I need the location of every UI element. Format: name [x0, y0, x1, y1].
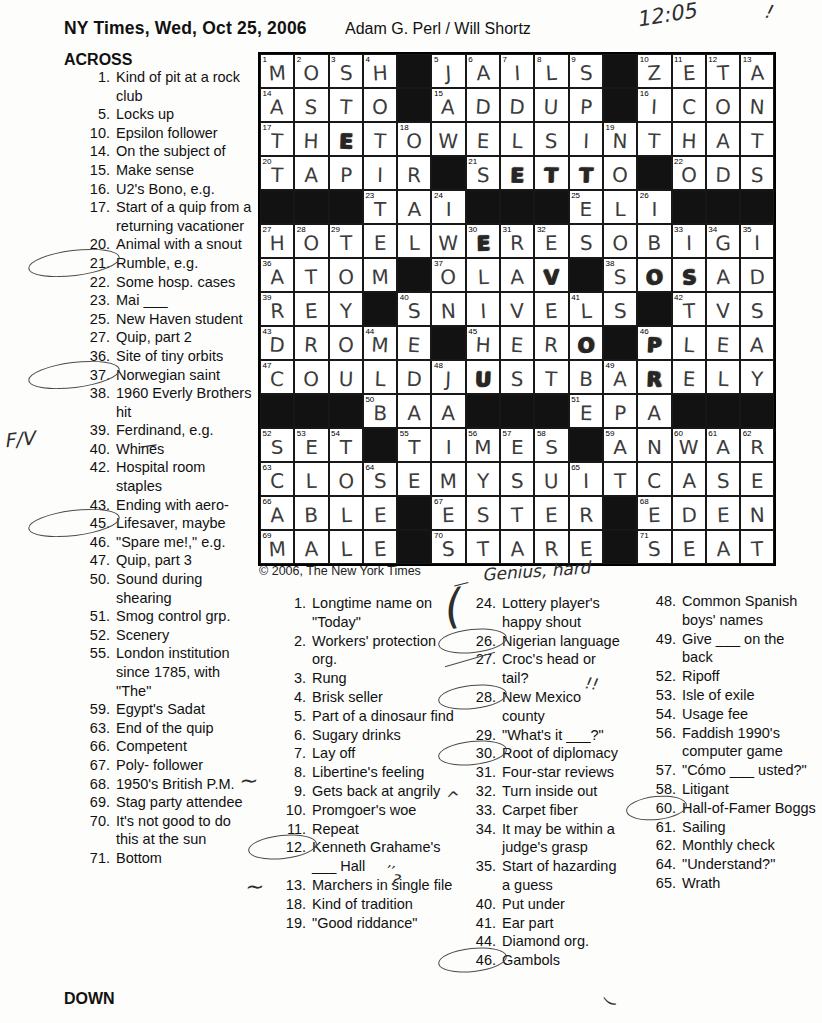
clue-number: 45. [62, 514, 116, 533]
grid-cell-r1c6[interactable]: 5J [431, 54, 465, 88]
handwritten-letter: H [466, 326, 500, 360]
grid-cell-r1c10[interactable]: 9S [569, 54, 603, 88]
clue-text: Locks up [116, 105, 254, 124]
grid-cell-r1c7[interactable]: 6A [466, 54, 500, 88]
clue-number: 70. [62, 812, 116, 831]
grid-cell-r11c6[interactable]: A [431, 394, 465, 428]
down-clue-list-1: 1.Longtime name on "Today"2.Workers' pro… [260, 594, 464, 932]
grid-cell-r3c13[interactable]: H [672, 122, 706, 156]
grid-cell-r6c8[interactable]: 31R [500, 224, 534, 258]
black-square-r5c15 [740, 190, 774, 224]
handwritten-letter: S [397, 292, 431, 326]
grid-cell-r7c8[interactable]: A [500, 258, 534, 292]
clue-text: Hall-of-Famer Boggs [682, 799, 818, 818]
handwritten-letter: J [432, 54, 466, 88]
grid-cell-r12c8[interactable]: 57E [500, 428, 534, 462]
grid-cell-r5c6[interactable]: 24I [431, 190, 465, 224]
grid-cell-r14c10[interactable]: R [569, 496, 603, 530]
grid-cell-r14c12[interactable]: 68E [637, 496, 671, 530]
handwritten-letter: R [535, 530, 569, 564]
grid-cell-r13c1[interactable]: 63C [260, 462, 294, 496]
grid-cell-r4c7[interactable]: 21S [466, 156, 500, 190]
grid-cell-r3c1[interactable]: 17T [260, 122, 294, 156]
grid-cell-r2c7[interactable]: D [466, 88, 500, 122]
grid-cell-r7c6[interactable]: 37O [431, 258, 465, 292]
grid-cell-r8c6[interactable]: N [431, 292, 465, 326]
grid-cell-r13c6[interactable]: M [431, 462, 465, 496]
grid-cell-r6c2[interactable]: 28O [294, 224, 328, 258]
grid-cell-r9c5[interactable]: E [397, 326, 431, 360]
grid-cell-r13c7[interactable]: Y [466, 462, 500, 496]
grid-cell-r12c9[interactable]: 58S [534, 428, 568, 462]
grid-cell-r4c3[interactable]: P [329, 156, 363, 190]
handwritten-letter: D [500, 88, 534, 122]
clue-across-70: 70.It's not good to do this at the sun [62, 812, 254, 849]
handwritten-letter: N [432, 292, 466, 326]
clue-number: 62. [638, 836, 682, 855]
clue-down-32: 32.Turn inside out [450, 782, 620, 801]
grid-cell-r14c1[interactable]: 66A [260, 496, 294, 530]
clue-text: Start of hazarding a guess [502, 857, 620, 895]
grid-cell-r10c12[interactable]: R [637, 360, 671, 394]
handwritten-letter: O [329, 463, 362, 496]
handwritten-letter: A [294, 530, 328, 564]
clue-down-62: 62.Monthly check [638, 836, 818, 855]
grid-cell-r10c9[interactable]: T [534, 360, 568, 394]
clue-number: 32. [450, 782, 502, 801]
grid-cell-r7c9[interactable]: V [534, 258, 568, 292]
grid-cell-r15c9[interactable]: R [534, 530, 568, 564]
grid-cell-r11c5[interactable]: A [397, 394, 431, 428]
grid-cell-r12c12[interactable]: N [637, 428, 671, 462]
grid-cell-r2c9[interactable]: U [534, 88, 568, 122]
handwritten-letter: S [501, 463, 534, 496]
grid-cell-r14c7[interactable]: S [466, 496, 500, 530]
grid-cell-r8c13[interactable]: 42T [672, 292, 706, 326]
grid-cell-r1c13[interactable]: 11E [672, 54, 706, 88]
grid-cell-r5c10[interactable]: 25E [569, 190, 603, 224]
grid-cell-r12c6[interactable]: I [431, 428, 465, 462]
clue-down-52: 52.Ripoff [638, 667, 818, 686]
grid-cell-r7c13[interactable]: S [672, 258, 706, 292]
grid-cell-r13c13[interactable]: A [672, 462, 706, 496]
handwritten-letter: A [706, 258, 739, 291]
handwritten-letter: D [260, 326, 294, 360]
grid-cell-r4c11[interactable]: O [603, 156, 637, 190]
grid-cell-r12c11[interactable]: 59A [603, 428, 637, 462]
grid-cell-r7c15[interactable]: D [740, 258, 774, 292]
grid-cell-r12c3[interactable]: 54T [329, 428, 363, 462]
grid-cell-r13c2[interactable]: L [294, 462, 328, 496]
handwritten-letter: L [329, 530, 363, 564]
grid-cell-r12c2[interactable]: 53E [294, 428, 328, 462]
grid-cell-r8c11[interactable]: S [603, 292, 637, 326]
grid-cell-r10c3[interactable]: U [329, 360, 363, 394]
clue-text: Give ___ on the back [682, 630, 818, 668]
grid-cell-r15c10[interactable]: E [569, 530, 603, 564]
grid-cell-r12c15[interactable]: 62R [740, 428, 774, 462]
grid-cell-r15c3[interactable]: L [329, 530, 363, 564]
grid-cell-r2c10[interactable]: P [569, 88, 603, 122]
grid-cell-r9c8[interactable]: E [500, 326, 534, 360]
black-square-r15c11 [603, 530, 637, 564]
grid-cell-r13c12[interactable]: C [637, 462, 671, 496]
handwritten-letter: G [707, 225, 740, 258]
handwritten-letter: U [535, 463, 568, 496]
grid-cell-r8c3[interactable]: Y [329, 292, 363, 326]
clue-text: New Haven student [116, 310, 254, 329]
grid-cell-r8c7[interactable]: I [466, 292, 500, 326]
handwritten-letter: T [535, 360, 568, 393]
grid-cell-r4c8[interactable]: E [500, 156, 534, 190]
handwritten-letter: T [638, 122, 671, 155]
handwritten-letter: E [672, 530, 706, 564]
grid-cell-r6c15[interactable]: 35I [740, 224, 774, 258]
grid-cell-r14c9[interactable]: E [534, 496, 568, 530]
clue-down-24: 24.Lottery player's happy shout [450, 594, 620, 632]
grid-cell-r3c15[interactable]: T [740, 122, 774, 156]
clue-down-40: 40.Put under [450, 895, 620, 914]
grid-cell-r15c13[interactable]: E [672, 530, 706, 564]
grid-cell-r7c3[interactable]: O [329, 258, 363, 292]
grid-cell-r6c3[interactable]: 29T [329, 224, 363, 258]
grid-cell-r3c11[interactable]: 19N [603, 122, 637, 156]
clue-down-65: 65.Wrath [638, 874, 818, 893]
grid-cell-r4c15[interactable]: S [740, 156, 774, 190]
grid-cell-r7c14[interactable]: A [706, 258, 740, 292]
grid-cell-r1c9[interactable]: 8L [534, 54, 568, 88]
grid-cell-r15c15[interactable]: T [740, 530, 774, 564]
grid-cell-r8c1[interactable]: 39R [260, 292, 294, 326]
grid-cell-r4c1[interactable]: 20T [260, 156, 294, 190]
grid-cell-r10c1[interactable]: 47C [260, 360, 294, 394]
grid-cell-r8c2[interactable]: E [294, 292, 328, 326]
handwritten-letter: R [535, 326, 569, 360]
grid-cell-r10c4[interactable]: L [363, 360, 397, 394]
handwritten-letter: U [535, 88, 569, 122]
clue-down-13: 13.Marchers in single file [260, 876, 464, 895]
handwritten-letter: T [329, 88, 363, 122]
down-clue-list-2: 24.Lottery player's happy shout26.Nigeri… [450, 594, 620, 970]
clue-number: 41. [450, 914, 502, 933]
grid-cell-r3c9[interactable]: S [534, 122, 568, 156]
clue-text: Repeat [312, 820, 464, 839]
grid-cell-r2c4[interactable]: O [363, 88, 397, 122]
grid-cell-r2c15[interactable]: N [740, 88, 774, 122]
handwritten-letter: R [260, 292, 294, 326]
clue-number: 9. [260, 782, 312, 801]
grid-cell-r11c4[interactable]: 50B [363, 394, 397, 428]
grid-cell-r2c8[interactable]: D [500, 88, 534, 122]
grid-cell-r15c6[interactable]: 70S [431, 530, 465, 564]
grid-cell-r14c6[interactable]: 67E [431, 496, 465, 530]
grid-cell-r6c11[interactable]: O [603, 224, 637, 258]
grid-cell-r13c10[interactable]: 65I [569, 462, 603, 496]
grid-cell-r3c10[interactable]: I [569, 122, 603, 156]
grid-cell-r3c8[interactable]: L [500, 122, 534, 156]
grid-cell-r6c5[interactable]: L [397, 224, 431, 258]
handwritten-letter: A [432, 395, 465, 428]
grid-cell-r14c14[interactable]: E [706, 496, 740, 530]
grid-cell-r15c8[interactable]: A [500, 530, 534, 564]
grid-cell-r5c12[interactable]: 26I [637, 190, 671, 224]
grid-cell-r15c14[interactable]: A [706, 530, 740, 564]
grid-cell-r5c4[interactable]: 23T [363, 190, 397, 224]
grid-cell-r8c14[interactable]: V [706, 292, 740, 326]
grid-cell-r3c2[interactable]: H [294, 122, 328, 156]
clue-down-49: 49.Give ___ on the back [638, 630, 818, 668]
grid-cell-r4c9[interactable]: T [534, 156, 568, 190]
clue-across-59: 59.Egypt's Sadat [62, 700, 254, 719]
grid-cell-r12c13[interactable]: 60W [672, 428, 706, 462]
handwritten-letter: O [294, 54, 328, 88]
grid-cell-r12c14[interactable]: 61A [706, 428, 740, 462]
handwritten-letter: A [603, 360, 636, 393]
grid-cell-r1c8[interactable]: 7I [500, 54, 534, 88]
grid-cell-r4c5[interactable]: R [397, 156, 431, 190]
grid-cell-r10c13[interactable]: E [672, 360, 706, 394]
clue-across-14: 14.On the subject of [62, 142, 254, 161]
grid-cell-r10c14[interactable]: L [706, 360, 740, 394]
grid-cell-r3c6[interactable]: W [431, 122, 465, 156]
clue-number: 5. [62, 105, 116, 124]
handwritten-letter: S [569, 225, 602, 258]
handwritten-letter: I [672, 225, 705, 258]
clue-number: 11. [260, 820, 312, 839]
grid-cell-r3c4[interactable]: T [363, 122, 397, 156]
grid-cell-r4c14[interactable]: D [706, 156, 740, 190]
clue-text: Quip, part 3 [116, 551, 254, 570]
grid-cell-r13c4[interactable]: 64S [363, 462, 397, 496]
grid-cell-r10c15[interactable]: Y [740, 360, 774, 394]
grid-cell-r1c4[interactable]: 4H [363, 54, 397, 88]
grid-cell-r10c2[interactable]: O [294, 360, 328, 394]
grid-cell-r1c2[interactable]: 2O [294, 54, 328, 88]
grid-cell-r6c1[interactable]: 27H [260, 224, 294, 258]
grid-cell-r3c12[interactable]: T [637, 122, 671, 156]
grid-cell-r8c8[interactable]: V [500, 292, 534, 326]
handwritten-letter: V [706, 292, 740, 326]
grid-cell-r11c12[interactable]: A [637, 394, 671, 428]
grid-cell-r6c12[interactable]: B [637, 224, 671, 258]
grid-cell-r2c3[interactable]: T [329, 88, 363, 122]
grid-cell-r4c2[interactable]: A [294, 156, 328, 190]
clue-number: 46. [62, 533, 116, 552]
black-square-r12c4 [363, 428, 397, 462]
grid-cell-r1c12[interactable]: 10Z [637, 54, 671, 88]
grid-cell-r9c1[interactable]: 43D [260, 326, 294, 360]
grid-cell-r9c14[interactable]: E [706, 326, 740, 360]
grid-cell-r5c5[interactable]: A [397, 190, 431, 224]
handwritten-letter: O [672, 157, 705, 190]
clue-across-45: 45.Lifesaver, maybe [62, 514, 254, 533]
grid-cell-r6c14[interactable]: 34G [706, 224, 740, 258]
grid-cell-r6c4[interactable]: E [363, 224, 397, 258]
clue-across-21: 21.Rumble, e.g. [62, 254, 254, 273]
handwritten-letter: T [295, 258, 328, 291]
grid-cell-r10c5[interactable]: D [397, 360, 431, 394]
clue-number: 40. [450, 895, 502, 914]
grid-cell-r12c7[interactable]: 56M [466, 428, 500, 462]
grid-cell-r3c14[interactable]: A [706, 122, 740, 156]
grid-cell-r3c3[interactable]: E [329, 122, 363, 156]
grid-cell-r1c14[interactable]: 12T [706, 54, 740, 88]
handwritten-letter: B [638, 225, 671, 258]
grid-cell-r9c10[interactable]: O [569, 326, 603, 360]
grid-cell-r14c15[interactable]: N [740, 496, 774, 530]
grid-cell-r1c15[interactable]: 13A [740, 54, 774, 88]
clue-across-51: 51.Smog control grp. [62, 607, 254, 626]
clue-number: 27. [450, 650, 502, 669]
grid-cell-r10c10[interactable]: B [569, 360, 603, 394]
handwritten-letter: N [638, 429, 670, 461]
handwritten-letter: E [329, 122, 362, 155]
handwritten-letter: I [638, 191, 670, 223]
handwritten-letter: C [260, 360, 293, 393]
grid-cell-r9c3[interactable]: O [329, 326, 363, 360]
handwritten-letter: O [569, 326, 603, 360]
grid-cell-r9c4[interactable]: 44M [363, 326, 397, 360]
handwritten-letter: T [261, 157, 294, 190]
grid-cell-r15c12[interactable]: 71S [637, 530, 671, 564]
grid-cell-r9c13[interactable]: L [672, 326, 706, 360]
handwritten-letter: E [672, 54, 706, 88]
grid-cell-r6c9[interactable]: 32E [534, 224, 568, 258]
handwritten-letter: D [466, 88, 500, 122]
grid-cell-r7c1[interactable]: 36A [260, 258, 294, 292]
grid-cell-r9c7[interactable]: 45H [466, 326, 500, 360]
clue-text: Site of tiny orbits [116, 347, 254, 366]
grid-cell-r15c4[interactable]: E [363, 530, 397, 564]
grid-cell-r10c6[interactable]: 48J [431, 360, 465, 394]
grid-cell-r6c10[interactable]: S [569, 224, 603, 258]
grid-cell-r13c5[interactable]: E [397, 462, 431, 496]
grid-cell-r10c11[interactable]: 49A [603, 360, 637, 394]
grid-cell-r2c6[interactable]: 15A [431, 88, 465, 122]
clue-text: Ferdinand, e.g. [116, 421, 254, 440]
grid-cell-r6c7[interactable]: 30E [466, 224, 500, 258]
grid-cell-r3c7[interactable]: E [466, 122, 500, 156]
handwritten-letter: E [397, 326, 431, 360]
grid-cell-r7c7[interactable]: L [466, 258, 500, 292]
clue-across-22: 22.Some hosp. cases [62, 273, 254, 292]
handwritten-letter: A [260, 496, 293, 529]
handwritten-letter: E [363, 530, 397, 564]
grid-cell-r7c12[interactable]: O [637, 258, 671, 292]
grid-cell-r12c1[interactable]: 52S [260, 428, 294, 462]
clue-number: 37. [62, 366, 116, 385]
grid-cell-r2c13[interactable]: C [672, 88, 706, 122]
handwritten-letter: A [740, 54, 774, 88]
handwritten-letter: S [501, 360, 534, 393]
grid-cell-r9c15[interactable]: A [740, 326, 774, 360]
clue-number: 61. [638, 818, 682, 837]
grid-cell-r4c4[interactable]: I [363, 156, 397, 190]
black-square-r11c2 [294, 394, 328, 428]
handwritten-letter: M [260, 530, 294, 564]
grid-cell-r11c11[interactable]: P [603, 394, 637, 428]
grid-cell-r13c11[interactable]: T [603, 462, 637, 496]
grid-cell-r9c2[interactable]: R [294, 326, 328, 360]
black-square-r5c1 [260, 190, 294, 224]
clue-number: 10. [260, 801, 312, 820]
grid-cell-r2c14[interactable]: O [706, 88, 740, 122]
grid-cell-r14c2[interactable]: B [294, 496, 328, 530]
handwritten-letter: I [741, 225, 774, 258]
grid-cell-r4c10[interactable]: T [569, 156, 603, 190]
handwritten-letter: L [535, 54, 569, 88]
clue-number: 50. [62, 570, 116, 589]
handwritten-letter: V [535, 258, 568, 291]
black-square-r7c10 [569, 258, 603, 292]
grid-cell-r1c3[interactable]: 3S [329, 54, 363, 88]
clue-text: On the subject of [116, 142, 254, 161]
grid-cell-r15c7[interactable]: T [466, 530, 500, 564]
clue-text: Scenery [116, 626, 254, 645]
grid-cell-r8c10[interactable]: 41L [569, 292, 603, 326]
clue-text: Animal with a snout [116, 235, 254, 254]
grid-cell-r13c9[interactable]: U [534, 462, 568, 496]
handwritten-letter: T [535, 157, 568, 190]
grid-cell-r8c5[interactable]: 40S [397, 292, 431, 326]
grid-cell-r12c5[interactable]: 55T [397, 428, 431, 462]
clue-across-50: 50.Sound during shearing [62, 570, 254, 607]
handwritten-letter: A [432, 88, 466, 122]
grid-cell-r11c10[interactable]: 51E [569, 394, 603, 428]
grid-cell-r8c15[interactable]: S [740, 292, 774, 326]
clue-text: Common Spanish boys' names [682, 592, 818, 630]
grid-cell-r13c8[interactable]: S [500, 462, 534, 496]
grid-cell-r7c11[interactable]: 38S [603, 258, 637, 292]
grid-cell-r6c13[interactable]: 33I [672, 224, 706, 258]
clue-down-9: 9.Gets back at angrily [260, 782, 464, 801]
grid-cell-r9c9[interactable]: R [534, 326, 568, 360]
grid-cell-r2c1[interactable]: 14A [260, 88, 294, 122]
grid-cell-r5c11[interactable]: L [603, 190, 637, 224]
grid-cell-r3c5[interactable]: 18O [397, 122, 431, 156]
grid-cell-r7c4[interactable]: M [363, 258, 397, 292]
grid-cell-r4c13[interactable]: 22O [672, 156, 706, 190]
grid-cell-r14c8[interactable]: T [500, 496, 534, 530]
grid-cell-r6c6[interactable]: W [431, 224, 465, 258]
grid-cell-r13c3[interactable]: O [329, 462, 363, 496]
clue-number: 49. [638, 630, 682, 649]
handwritten-letter: W [432, 122, 465, 155]
clue-number: 14. [62, 142, 116, 161]
grid-cell-r9c12[interactable]: 46P [637, 326, 671, 360]
clue-down-46: 46.Gambols [450, 951, 620, 970]
grid-cell-r14c13[interactable]: D [672, 496, 706, 530]
handwritten-letter: L [672, 326, 706, 360]
clue-across-10: 10.Epsilon follower [62, 124, 254, 143]
grid-cell-r13c14[interactable]: S [706, 462, 740, 496]
grid-cell-r7c2[interactable]: T [294, 258, 328, 292]
grid-cell-r14c3[interactable]: L [329, 496, 363, 530]
grid-cell-r15c1[interactable]: 69M [260, 530, 294, 564]
grid-cell-r1c1[interactable]: 1M [260, 54, 294, 88]
grid-cell-r2c2[interactable]: S [294, 88, 328, 122]
handwritten-letter: R [569, 496, 602, 529]
clue-text: Workers' protection org. [312, 632, 464, 670]
clue-down-54: 54.Usage fee [638, 705, 818, 724]
grid-cell-r14c4[interactable]: E [363, 496, 397, 530]
grid-cell-r8c9[interactable]: E [534, 292, 568, 326]
grid-cell-r2c12[interactable]: 16I [637, 88, 671, 122]
grid-cell-r13c15[interactable]: E [740, 462, 774, 496]
grid-cell-r15c2[interactable]: A [294, 530, 328, 564]
grid-cell-r10c7[interactable]: U [466, 360, 500, 394]
grid-cell-r10c8[interactable]: S [500, 360, 534, 394]
